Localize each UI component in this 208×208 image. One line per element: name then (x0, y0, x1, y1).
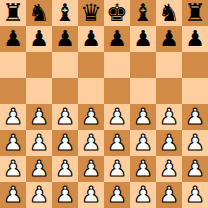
black-pawn: ♟ (29, 26, 49, 52)
square-b7[interactable]: ♟ (26, 26, 52, 52)
square-h5[interactable] (182, 78, 208, 104)
square-d2[interactable]: ♟ (78, 156, 104, 182)
square-e8[interactable]: ♚ (104, 0, 130, 26)
square-c2[interactable]: ♟ (52, 156, 78, 182)
black-pawn: ♟ (107, 26, 127, 52)
square-a6[interactable] (0, 52, 26, 78)
white-pawn: ♟ (185, 130, 205, 156)
square-d5[interactable] (78, 78, 104, 104)
white-pawn: ♟ (3, 182, 23, 208)
square-b6[interactable] (26, 52, 52, 78)
white-pawn: ♟ (29, 182, 49, 208)
white-pawn: ♟ (81, 156, 101, 182)
square-a3[interactable]: ♟ (0, 130, 26, 156)
white-pawn: ♟ (81, 130, 101, 156)
square-c4[interactable]: ♟ (52, 104, 78, 130)
square-f4[interactable]: ♟ (130, 104, 156, 130)
square-a5[interactable] (0, 78, 26, 104)
square-d1[interactable]: ♟ (78, 182, 104, 208)
square-e2[interactable]: ♟ (104, 156, 130, 182)
square-c1[interactable]: ♟ (52, 182, 78, 208)
square-g8[interactable]: ♞ (156, 0, 182, 26)
chess-board: ♜♞♝♛♚♝♞♜♟♟♟♟♟♟♟♟♟♟♟♟♟♟♟♟♟♟♟♟♟♟♟♟♟♟♟♟♟♟♟♟… (0, 0, 208, 208)
white-pawn: ♟ (107, 130, 127, 156)
square-g6[interactable] (156, 52, 182, 78)
white-pawn: ♟ (185, 104, 205, 130)
square-g3[interactable]: ♟ (156, 130, 182, 156)
square-g1[interactable]: ♟ (156, 182, 182, 208)
square-e5[interactable] (104, 78, 130, 104)
square-b2[interactable]: ♟ (26, 156, 52, 182)
black-bishop: ♝ (54, 0, 76, 26)
black-pawn: ♟ (185, 26, 205, 52)
square-g2[interactable]: ♟ (156, 156, 182, 182)
white-pawn: ♟ (185, 182, 205, 208)
square-d8[interactable]: ♛ (78, 0, 104, 26)
white-pawn: ♟ (107, 156, 127, 182)
white-pawn: ♟ (29, 156, 49, 182)
square-f7[interactable]: ♟ (130, 26, 156, 52)
white-pawn: ♟ (55, 182, 75, 208)
square-g5[interactable] (156, 78, 182, 104)
black-knight: ♞ (158, 0, 180, 26)
black-rook: ♜ (184, 0, 206, 26)
square-c7[interactable]: ♟ (52, 26, 78, 52)
square-e4[interactable]: ♟ (104, 104, 130, 130)
square-h7[interactable]: ♟ (182, 26, 208, 52)
white-pawn: ♟ (185, 156, 205, 182)
white-pawn: ♟ (107, 182, 127, 208)
black-pawn: ♟ (133, 26, 153, 52)
white-pawn: ♟ (159, 130, 179, 156)
square-e6[interactable] (104, 52, 130, 78)
square-a1[interactable]: ♟ (0, 182, 26, 208)
square-h6[interactable] (182, 52, 208, 78)
white-pawn: ♟ (133, 156, 153, 182)
square-h4[interactable]: ♟ (182, 104, 208, 130)
square-e1[interactable]: ♟ (104, 182, 130, 208)
white-pawn: ♟ (3, 104, 23, 130)
square-b5[interactable] (26, 78, 52, 104)
square-c5[interactable] (52, 78, 78, 104)
white-pawn: ♟ (55, 130, 75, 156)
square-a2[interactable]: ♟ (0, 156, 26, 182)
square-c6[interactable] (52, 52, 78, 78)
black-rook: ♜ (2, 0, 24, 26)
white-pawn: ♟ (29, 104, 49, 130)
square-e7[interactable]: ♟ (104, 26, 130, 52)
black-queen: ♛ (80, 0, 102, 26)
white-pawn: ♟ (133, 130, 153, 156)
white-pawn: ♟ (159, 182, 179, 208)
white-pawn: ♟ (159, 104, 179, 130)
square-b8[interactable]: ♞ (26, 0, 52, 26)
square-b4[interactable]: ♟ (26, 104, 52, 130)
white-pawn: ♟ (133, 104, 153, 130)
square-e3[interactable]: ♟ (104, 130, 130, 156)
white-pawn: ♟ (81, 182, 101, 208)
square-a7[interactable]: ♟ (0, 26, 26, 52)
white-pawn: ♟ (159, 156, 179, 182)
black-pawn: ♟ (81, 26, 101, 52)
black-pawn: ♟ (159, 26, 179, 52)
white-pawn: ♟ (3, 130, 23, 156)
square-h3[interactable]: ♟ (182, 130, 208, 156)
square-d4[interactable]: ♟ (78, 104, 104, 130)
square-f1[interactable]: ♟ (130, 182, 156, 208)
square-f6[interactable] (130, 52, 156, 78)
white-pawn: ♟ (107, 104, 127, 130)
white-pawn: ♟ (55, 104, 75, 130)
square-h2[interactable]: ♟ (182, 156, 208, 182)
white-pawn: ♟ (133, 182, 153, 208)
square-a8[interactable]: ♜ (0, 0, 26, 26)
square-f5[interactable] (130, 78, 156, 104)
black-pawn: ♟ (55, 26, 75, 52)
square-d3[interactable]: ♟ (78, 130, 104, 156)
square-g7[interactable]: ♟ (156, 26, 182, 52)
square-b1[interactable]: ♟ (26, 182, 52, 208)
square-h1[interactable]: ♟ (182, 182, 208, 208)
square-c8[interactable]: ♝ (52, 0, 78, 26)
square-b3[interactable]: ♟ (26, 130, 52, 156)
square-h8[interactable]: ♜ (182, 0, 208, 26)
square-f3[interactable]: ♟ (130, 130, 156, 156)
white-pawn: ♟ (3, 156, 23, 182)
white-pawn: ♟ (29, 130, 49, 156)
square-d7[interactable]: ♟ (78, 26, 104, 52)
square-f2[interactable]: ♟ (130, 156, 156, 182)
white-pawn: ♟ (55, 156, 75, 182)
black-king: ♚ (106, 0, 128, 26)
black-pawn: ♟ (3, 26, 23, 52)
black-bishop: ♝ (132, 0, 154, 26)
square-g4[interactable]: ♟ (156, 104, 182, 130)
square-f8[interactable]: ♝ (130, 0, 156, 26)
white-pawn: ♟ (81, 104, 101, 130)
square-c3[interactable]: ♟ (52, 130, 78, 156)
square-d6[interactable] (78, 52, 104, 78)
square-a4[interactable]: ♟ (0, 104, 26, 130)
black-knight: ♞ (28, 0, 50, 26)
